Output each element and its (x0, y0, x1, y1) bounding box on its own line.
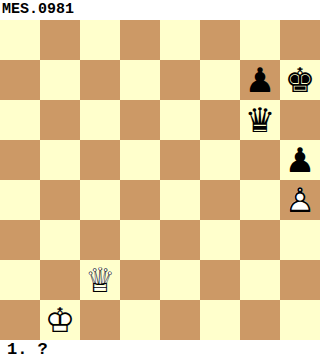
white-queen-outline: ♕ (80, 260, 120, 300)
square-c1[interactable] (80, 300, 120, 340)
square-g3[interactable] (240, 220, 280, 260)
square-f4[interactable] (200, 180, 240, 220)
square-d8[interactable] (120, 20, 160, 60)
square-b1[interactable]: ♚♔ (40, 300, 80, 340)
piece-black-pawn[interactable]: ♟ (280, 140, 320, 180)
square-a5[interactable] (0, 140, 40, 180)
piece-white-king[interactable]: ♚♔ (40, 300, 80, 340)
piece-black-pawn[interactable]: ♟ (240, 60, 280, 100)
square-f8[interactable] (200, 20, 240, 60)
white-pawn-outline: ♙ (280, 180, 320, 220)
square-b3[interactable] (40, 220, 80, 260)
square-f5[interactable] (200, 140, 240, 180)
square-d3[interactable] (120, 220, 160, 260)
square-c3[interactable] (80, 220, 120, 260)
square-a1[interactable] (0, 300, 40, 340)
square-e5[interactable] (160, 140, 200, 180)
square-g4[interactable] (240, 180, 280, 220)
square-c5[interactable] (80, 140, 120, 180)
square-f2[interactable] (200, 260, 240, 300)
square-f6[interactable] (200, 100, 240, 140)
square-c4[interactable] (80, 180, 120, 220)
square-b4[interactable] (40, 180, 80, 220)
square-h5[interactable]: ♟ (280, 140, 320, 180)
white-king-outline: ♔ (40, 300, 80, 340)
square-h4[interactable]: ♟♙ (280, 180, 320, 220)
square-g6[interactable]: ♛ (240, 100, 280, 140)
square-c2[interactable]: ♛♕ (80, 260, 120, 300)
square-d1[interactable] (120, 300, 160, 340)
square-e3[interactable] (160, 220, 200, 260)
square-d5[interactable] (120, 140, 160, 180)
piece-black-queen[interactable]: ♛ (240, 100, 280, 140)
square-e2[interactable] (160, 260, 200, 300)
chess-diagram-window: MES.0981 ♟♚♛♟♟♙♛♕♚♔ 1. ? (0, 0, 320, 360)
page-title: MES.0981 (0, 0, 320, 20)
square-c8[interactable] (80, 20, 120, 60)
square-h7[interactable]: ♚ (280, 60, 320, 100)
square-e1[interactable] (160, 300, 200, 340)
square-a7[interactable] (0, 60, 40, 100)
square-h6[interactable] (280, 100, 320, 140)
square-a8[interactable] (0, 20, 40, 60)
square-b2[interactable] (40, 260, 80, 300)
square-b6[interactable] (40, 100, 80, 140)
piece-white-pawn[interactable]: ♟♙ (280, 180, 320, 220)
square-e6[interactable] (160, 100, 200, 140)
square-g7[interactable]: ♟ (240, 60, 280, 100)
piece-black-king[interactable]: ♚ (280, 60, 320, 100)
square-d6[interactable] (120, 100, 160, 140)
square-c6[interactable] (80, 100, 120, 140)
square-a3[interactable] (0, 220, 40, 260)
square-f3[interactable] (200, 220, 240, 260)
square-e7[interactable] (160, 60, 200, 100)
square-e4[interactable] (160, 180, 200, 220)
square-f1[interactable] (200, 300, 240, 340)
square-h2[interactable] (280, 260, 320, 300)
square-g1[interactable] (240, 300, 280, 340)
square-f7[interactable] (200, 60, 240, 100)
piece-white-queen[interactable]: ♛♕ (80, 260, 120, 300)
square-d7[interactable] (120, 60, 160, 100)
square-d4[interactable] (120, 180, 160, 220)
move-prompt: 1. ? (0, 340, 320, 360)
square-b5[interactable] (40, 140, 80, 180)
square-b8[interactable] (40, 20, 80, 60)
chess-board: ♟♚♛♟♟♙♛♕♚♔ (0, 20, 320, 340)
square-a6[interactable] (0, 100, 40, 140)
square-b7[interactable] (40, 60, 80, 100)
square-a2[interactable] (0, 260, 40, 300)
square-c7[interactable] (80, 60, 120, 100)
square-g8[interactable] (240, 20, 280, 60)
square-g5[interactable] (240, 140, 280, 180)
square-h3[interactable] (280, 220, 320, 260)
square-g2[interactable] (240, 260, 280, 300)
square-a4[interactable] (0, 180, 40, 220)
square-d2[interactable] (120, 260, 160, 300)
square-h1[interactable] (280, 300, 320, 340)
square-e8[interactable] (160, 20, 200, 60)
square-h8[interactable] (280, 20, 320, 60)
